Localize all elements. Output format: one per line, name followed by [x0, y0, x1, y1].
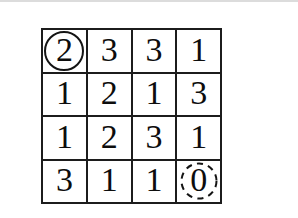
- cell-value: 1: [190, 33, 207, 67]
- grid-cell[interactable]: 1: [133, 74, 176, 116]
- grid-cell[interactable]: 0: [177, 161, 220, 203]
- grid-cell[interactable]: 2: [88, 117, 131, 159]
- cell-value: 2: [101, 76, 118, 110]
- grid-cell[interactable]: 2: [88, 74, 131, 116]
- cell-value: 3: [145, 33, 162, 67]
- cell-value: 1: [145, 163, 162, 197]
- grid-cell[interactable]: 3: [133, 117, 176, 159]
- grid-cell[interactable]: 3: [43, 161, 86, 203]
- cell-value: 3: [56, 163, 73, 197]
- cell-value: 3: [101, 33, 118, 67]
- grid-cell[interactable]: 2: [43, 30, 86, 72]
- grid-cell[interactable]: 1: [88, 161, 131, 203]
- cell-value: 2: [101, 120, 118, 154]
- grid-cell[interactable]: 3: [133, 30, 176, 72]
- puzzle-board: 2 3 3 1 1 2 1 3 1 2 3: [41, 28, 222, 204]
- cell-value: 1: [56, 76, 73, 110]
- cell-value: 2: [56, 33, 73, 67]
- grid-cell[interactable]: 1: [177, 117, 220, 159]
- grid-cell[interactable]: 3: [177, 74, 220, 116]
- cell-value: 1: [101, 163, 118, 197]
- grid-cell[interactable]: 1: [43, 74, 86, 116]
- cell-value: 3: [145, 120, 162, 154]
- page-divider: [0, 0, 298, 2]
- puzzle-figure: 2 3 3 1 1 2 1 3 1 2 3: [0, 0, 298, 218]
- cell-value: 1: [56, 120, 73, 154]
- grid-cell[interactable]: 1: [177, 30, 220, 72]
- cell-value: 1: [190, 120, 207, 154]
- cell-value: 0: [190, 163, 207, 197]
- cell-value: 1: [145, 76, 162, 110]
- grid-cell[interactable]: 3: [88, 30, 131, 72]
- cell-value: 3: [190, 76, 207, 110]
- grid-cell[interactable]: 1: [43, 117, 86, 159]
- grid-cell[interactable]: 1: [133, 161, 176, 203]
